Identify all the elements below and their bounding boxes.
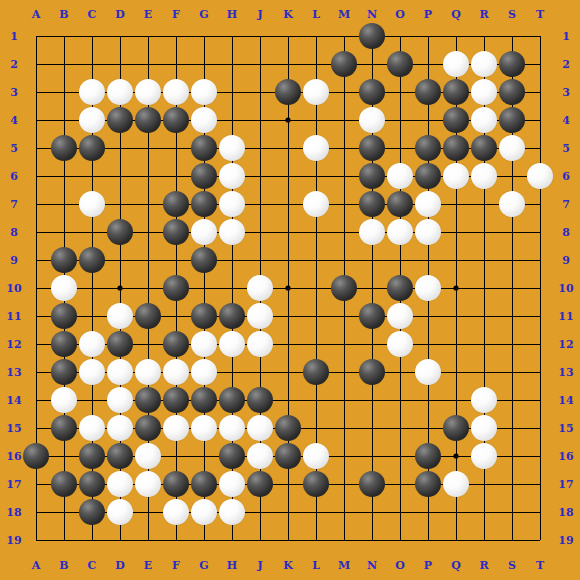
intersection-Q18[interactable]: [442, 498, 470, 526]
intersection-R4[interactable]: [470, 106, 498, 134]
intersection-T10[interactable]: [526, 274, 554, 302]
intersection-O8[interactable]: [386, 218, 414, 246]
intersection-E13[interactable]: [134, 358, 162, 386]
intersection-M18[interactable]: [330, 498, 358, 526]
intersection-S1[interactable]: [498, 22, 526, 50]
intersection-B7[interactable]: [50, 190, 78, 218]
intersection-K11[interactable]: [274, 302, 302, 330]
intersection-D7[interactable]: [106, 190, 134, 218]
intersection-P12[interactable]: [414, 330, 442, 358]
intersection-H3[interactable]: [218, 78, 246, 106]
intersection-H18[interactable]: [218, 498, 246, 526]
intersection-Q19[interactable]: [442, 526, 470, 554]
intersection-R17[interactable]: [470, 470, 498, 498]
intersection-A6[interactable]: [22, 162, 50, 190]
intersection-A5[interactable]: [22, 134, 50, 162]
intersection-H1[interactable]: [218, 22, 246, 50]
intersection-A10[interactable]: [22, 274, 50, 302]
intersection-A3[interactable]: [22, 78, 50, 106]
intersection-B6[interactable]: [50, 162, 78, 190]
intersection-Q7[interactable]: [442, 190, 470, 218]
intersection-D2[interactable]: [106, 50, 134, 78]
intersection-R18[interactable]: [470, 498, 498, 526]
intersection-J11[interactable]: [246, 302, 274, 330]
intersection-L16[interactable]: [302, 442, 330, 470]
intersection-J15[interactable]: [246, 414, 274, 442]
intersection-H13[interactable]: [218, 358, 246, 386]
intersection-E17[interactable]: [134, 470, 162, 498]
intersection-B5[interactable]: [50, 134, 78, 162]
intersection-R5[interactable]: [470, 134, 498, 162]
intersection-N12[interactable]: [358, 330, 386, 358]
intersection-Q6[interactable]: [442, 162, 470, 190]
intersection-F12[interactable]: [162, 330, 190, 358]
intersection-L18[interactable]: [302, 498, 330, 526]
intersection-R6[interactable]: [470, 162, 498, 190]
intersection-E7[interactable]: [134, 190, 162, 218]
intersection-E14[interactable]: [134, 386, 162, 414]
intersection-J16[interactable]: [246, 442, 274, 470]
intersection-J4[interactable]: [246, 106, 274, 134]
intersection-F14[interactable]: [162, 386, 190, 414]
intersection-H17[interactable]: [218, 470, 246, 498]
intersection-L14[interactable]: [302, 386, 330, 414]
intersection-F16[interactable]: [162, 442, 190, 470]
intersection-B3[interactable]: [50, 78, 78, 106]
intersection-K1[interactable]: [274, 22, 302, 50]
intersection-B16[interactable]: [50, 442, 78, 470]
intersection-F19[interactable]: [162, 526, 190, 554]
intersection-C6[interactable]: [78, 162, 106, 190]
intersection-G1[interactable]: [190, 22, 218, 50]
intersection-L8[interactable]: [302, 218, 330, 246]
intersection-H9[interactable]: [218, 246, 246, 274]
intersection-Q12[interactable]: [442, 330, 470, 358]
intersection-S8[interactable]: [498, 218, 526, 246]
intersection-F15[interactable]: [162, 414, 190, 442]
intersection-S7[interactable]: [498, 190, 526, 218]
intersection-K18[interactable]: [274, 498, 302, 526]
intersection-D19[interactable]: [106, 526, 134, 554]
intersection-N5[interactable]: [358, 134, 386, 162]
intersection-L10[interactable]: [302, 274, 330, 302]
intersection-H5[interactable]: [218, 134, 246, 162]
intersection-E15[interactable]: [134, 414, 162, 442]
intersection-J7[interactable]: [246, 190, 274, 218]
intersection-Q5[interactable]: [442, 134, 470, 162]
intersection-R3[interactable]: [470, 78, 498, 106]
intersection-Q8[interactable]: [442, 218, 470, 246]
intersection-H16[interactable]: [218, 442, 246, 470]
intersection-T8[interactable]: [526, 218, 554, 246]
intersection-G6[interactable]: [190, 162, 218, 190]
intersection-L7[interactable]: [302, 190, 330, 218]
intersection-G11[interactable]: [190, 302, 218, 330]
intersection-F17[interactable]: [162, 470, 190, 498]
intersection-N17[interactable]: [358, 470, 386, 498]
intersection-A15[interactable]: [22, 414, 50, 442]
intersection-O7[interactable]: [386, 190, 414, 218]
intersection-T17[interactable]: [526, 470, 554, 498]
intersection-J8[interactable]: [246, 218, 274, 246]
intersection-G16[interactable]: [190, 442, 218, 470]
intersection-C10[interactable]: [78, 274, 106, 302]
intersection-T18[interactable]: [526, 498, 554, 526]
intersection-R10[interactable]: [470, 274, 498, 302]
intersection-B11[interactable]: [50, 302, 78, 330]
intersection-S13[interactable]: [498, 358, 526, 386]
intersection-S9[interactable]: [498, 246, 526, 274]
intersection-R9[interactable]: [470, 246, 498, 274]
intersection-E12[interactable]: [134, 330, 162, 358]
intersection-T6[interactable]: [526, 162, 554, 190]
intersection-P11[interactable]: [414, 302, 442, 330]
intersection-N6[interactable]: [358, 162, 386, 190]
intersection-D16[interactable]: [106, 442, 134, 470]
intersection-G10[interactable]: [190, 274, 218, 302]
intersection-B17[interactable]: [50, 470, 78, 498]
intersection-O19[interactable]: [386, 526, 414, 554]
intersection-O1[interactable]: [386, 22, 414, 50]
intersection-G8[interactable]: [190, 218, 218, 246]
intersection-H10[interactable]: [218, 274, 246, 302]
intersection-S10[interactable]: [498, 274, 526, 302]
intersection-L17[interactable]: [302, 470, 330, 498]
intersection-K2[interactable]: [274, 50, 302, 78]
intersection-D8[interactable]: [106, 218, 134, 246]
intersection-T13[interactable]: [526, 358, 554, 386]
intersection-C9[interactable]: [78, 246, 106, 274]
intersection-J6[interactable]: [246, 162, 274, 190]
intersection-R15[interactable]: [470, 414, 498, 442]
intersection-B13[interactable]: [50, 358, 78, 386]
intersection-E11[interactable]: [134, 302, 162, 330]
intersection-G5[interactable]: [190, 134, 218, 162]
intersection-E6[interactable]: [134, 162, 162, 190]
intersection-N8[interactable]: [358, 218, 386, 246]
intersection-K10[interactable]: [274, 274, 302, 302]
intersection-D5[interactable]: [106, 134, 134, 162]
intersection-D15[interactable]: [106, 414, 134, 442]
intersection-Q16[interactable]: [442, 442, 470, 470]
intersection-H4[interactable]: [218, 106, 246, 134]
intersection-S4[interactable]: [498, 106, 526, 134]
intersection-B15[interactable]: [50, 414, 78, 442]
intersection-D11[interactable]: [106, 302, 134, 330]
intersection-P14[interactable]: [414, 386, 442, 414]
intersection-D3[interactable]: [106, 78, 134, 106]
intersection-F8[interactable]: [162, 218, 190, 246]
intersection-S11[interactable]: [498, 302, 526, 330]
intersection-E5[interactable]: [134, 134, 162, 162]
intersection-P6[interactable]: [414, 162, 442, 190]
intersection-H8[interactable]: [218, 218, 246, 246]
intersection-F3[interactable]: [162, 78, 190, 106]
intersection-J17[interactable]: [246, 470, 274, 498]
intersection-F9[interactable]: [162, 246, 190, 274]
intersection-C15[interactable]: [78, 414, 106, 442]
intersection-O17[interactable]: [386, 470, 414, 498]
intersection-M5[interactable]: [330, 134, 358, 162]
intersection-A2[interactable]: [22, 50, 50, 78]
intersection-C13[interactable]: [78, 358, 106, 386]
intersection-D18[interactable]: [106, 498, 134, 526]
intersection-J13[interactable]: [246, 358, 274, 386]
intersection-E1[interactable]: [134, 22, 162, 50]
intersection-O6[interactable]: [386, 162, 414, 190]
intersection-N2[interactable]: [358, 50, 386, 78]
intersection-T11[interactable]: [526, 302, 554, 330]
intersection-Q2[interactable]: [442, 50, 470, 78]
intersection-D13[interactable]: [106, 358, 134, 386]
intersection-P13[interactable]: [414, 358, 442, 386]
intersection-R8[interactable]: [470, 218, 498, 246]
intersection-F5[interactable]: [162, 134, 190, 162]
intersection-K16[interactable]: [274, 442, 302, 470]
intersection-Q3[interactable]: [442, 78, 470, 106]
intersection-K13[interactable]: [274, 358, 302, 386]
intersection-L12[interactable]: [302, 330, 330, 358]
intersection-K9[interactable]: [274, 246, 302, 274]
intersection-F1[interactable]: [162, 22, 190, 50]
intersection-T4[interactable]: [526, 106, 554, 134]
intersection-O4[interactable]: [386, 106, 414, 134]
intersection-T9[interactable]: [526, 246, 554, 274]
intersection-S14[interactable]: [498, 386, 526, 414]
intersection-O5[interactable]: [386, 134, 414, 162]
intersection-G13[interactable]: [190, 358, 218, 386]
intersection-C17[interactable]: [78, 470, 106, 498]
intersection-H7[interactable]: [218, 190, 246, 218]
intersection-K19[interactable]: [274, 526, 302, 554]
intersection-M10[interactable]: [330, 274, 358, 302]
intersection-E3[interactable]: [134, 78, 162, 106]
intersection-S18[interactable]: [498, 498, 526, 526]
intersection-F4[interactable]: [162, 106, 190, 134]
intersection-A16[interactable]: [22, 442, 50, 470]
intersection-P5[interactable]: [414, 134, 442, 162]
intersection-N4[interactable]: [358, 106, 386, 134]
intersection-A9[interactable]: [22, 246, 50, 274]
intersection-A12[interactable]: [22, 330, 50, 358]
intersection-D1[interactable]: [106, 22, 134, 50]
intersection-Q10[interactable]: [442, 274, 470, 302]
intersection-D6[interactable]: [106, 162, 134, 190]
intersection-M11[interactable]: [330, 302, 358, 330]
intersection-M17[interactable]: [330, 470, 358, 498]
intersection-H6[interactable]: [218, 162, 246, 190]
intersection-K17[interactable]: [274, 470, 302, 498]
intersection-O3[interactable]: [386, 78, 414, 106]
intersection-R11[interactable]: [470, 302, 498, 330]
intersection-H11[interactable]: [218, 302, 246, 330]
intersection-M12[interactable]: [330, 330, 358, 358]
intersection-B2[interactable]: [50, 50, 78, 78]
intersection-S15[interactable]: [498, 414, 526, 442]
intersection-N1[interactable]: [358, 22, 386, 50]
intersection-A1[interactable]: [22, 22, 50, 50]
intersection-M2[interactable]: [330, 50, 358, 78]
intersection-P7[interactable]: [414, 190, 442, 218]
intersection-T15[interactable]: [526, 414, 554, 442]
intersection-A13[interactable]: [22, 358, 50, 386]
intersection-E9[interactable]: [134, 246, 162, 274]
intersection-J5[interactable]: [246, 134, 274, 162]
intersection-C7[interactable]: [78, 190, 106, 218]
intersection-M8[interactable]: [330, 218, 358, 246]
intersection-J12[interactable]: [246, 330, 274, 358]
intersection-S16[interactable]: [498, 442, 526, 470]
intersection-Q13[interactable]: [442, 358, 470, 386]
intersection-D10[interactable]: [106, 274, 134, 302]
intersection-Q14[interactable]: [442, 386, 470, 414]
intersection-L9[interactable]: [302, 246, 330, 274]
intersection-A18[interactable]: [22, 498, 50, 526]
intersection-Q1[interactable]: [442, 22, 470, 50]
intersection-K14[interactable]: [274, 386, 302, 414]
intersection-K15[interactable]: [274, 414, 302, 442]
intersection-P16[interactable]: [414, 442, 442, 470]
intersection-L15[interactable]: [302, 414, 330, 442]
intersection-R14[interactable]: [470, 386, 498, 414]
intersection-G2[interactable]: [190, 50, 218, 78]
intersection-B18[interactable]: [50, 498, 78, 526]
intersection-N7[interactable]: [358, 190, 386, 218]
intersection-K6[interactable]: [274, 162, 302, 190]
intersection-Q9[interactable]: [442, 246, 470, 274]
intersection-Q15[interactable]: [442, 414, 470, 442]
intersection-S17[interactable]: [498, 470, 526, 498]
intersection-Q11[interactable]: [442, 302, 470, 330]
intersection-L1[interactable]: [302, 22, 330, 50]
intersection-F13[interactable]: [162, 358, 190, 386]
intersection-P15[interactable]: [414, 414, 442, 442]
intersection-M16[interactable]: [330, 442, 358, 470]
intersection-F7[interactable]: [162, 190, 190, 218]
intersection-F10[interactable]: [162, 274, 190, 302]
intersection-B10[interactable]: [50, 274, 78, 302]
intersection-J3[interactable]: [246, 78, 274, 106]
intersection-C19[interactable]: [78, 526, 106, 554]
intersection-B4[interactable]: [50, 106, 78, 134]
intersection-R13[interactable]: [470, 358, 498, 386]
intersection-E16[interactable]: [134, 442, 162, 470]
intersection-K12[interactable]: [274, 330, 302, 358]
intersection-L11[interactable]: [302, 302, 330, 330]
intersection-T1[interactable]: [526, 22, 554, 50]
intersection-M4[interactable]: [330, 106, 358, 134]
intersection-K3[interactable]: [274, 78, 302, 106]
intersection-O12[interactable]: [386, 330, 414, 358]
intersection-H15[interactable]: [218, 414, 246, 442]
intersection-J2[interactable]: [246, 50, 274, 78]
intersection-G7[interactable]: [190, 190, 218, 218]
intersection-O10[interactable]: [386, 274, 414, 302]
intersection-C16[interactable]: [78, 442, 106, 470]
intersection-B8[interactable]: [50, 218, 78, 246]
intersection-N15[interactable]: [358, 414, 386, 442]
intersection-R19[interactable]: [470, 526, 498, 554]
intersection-A19[interactable]: [22, 526, 50, 554]
intersection-L2[interactable]: [302, 50, 330, 78]
intersection-J14[interactable]: [246, 386, 274, 414]
intersection-O15[interactable]: [386, 414, 414, 442]
intersection-P1[interactable]: [414, 22, 442, 50]
intersection-K5[interactable]: [274, 134, 302, 162]
intersection-C5[interactable]: [78, 134, 106, 162]
intersection-J1[interactable]: [246, 22, 274, 50]
intersection-H12[interactable]: [218, 330, 246, 358]
intersection-P18[interactable]: [414, 498, 442, 526]
intersection-A11[interactable]: [22, 302, 50, 330]
intersection-O9[interactable]: [386, 246, 414, 274]
intersection-H19[interactable]: [218, 526, 246, 554]
intersection-N9[interactable]: [358, 246, 386, 274]
intersection-Q17[interactable]: [442, 470, 470, 498]
intersection-T5[interactable]: [526, 134, 554, 162]
intersection-C8[interactable]: [78, 218, 106, 246]
intersection-G9[interactable]: [190, 246, 218, 274]
intersection-F2[interactable]: [162, 50, 190, 78]
intersection-N16[interactable]: [358, 442, 386, 470]
intersection-K7[interactable]: [274, 190, 302, 218]
intersection-M7[interactable]: [330, 190, 358, 218]
intersection-O14[interactable]: [386, 386, 414, 414]
intersection-R1[interactable]: [470, 22, 498, 50]
intersection-D14[interactable]: [106, 386, 134, 414]
intersection-K8[interactable]: [274, 218, 302, 246]
intersection-E19[interactable]: [134, 526, 162, 554]
intersection-C11[interactable]: [78, 302, 106, 330]
intersection-C1[interactable]: [78, 22, 106, 50]
intersection-M13[interactable]: [330, 358, 358, 386]
intersection-M15[interactable]: [330, 414, 358, 442]
intersection-E10[interactable]: [134, 274, 162, 302]
intersection-N10[interactable]: [358, 274, 386, 302]
intersection-J10[interactable]: [246, 274, 274, 302]
intersection-O2[interactable]: [386, 50, 414, 78]
intersection-G4[interactable]: [190, 106, 218, 134]
intersection-N14[interactable]: [358, 386, 386, 414]
intersection-R16[interactable]: [470, 442, 498, 470]
intersection-F18[interactable]: [162, 498, 190, 526]
intersection-F11[interactable]: [162, 302, 190, 330]
intersection-S3[interactable]: [498, 78, 526, 106]
intersection-S19[interactable]: [498, 526, 526, 554]
intersection-C3[interactable]: [78, 78, 106, 106]
intersection-Q4[interactable]: [442, 106, 470, 134]
intersection-P3[interactable]: [414, 78, 442, 106]
intersection-J18[interactable]: [246, 498, 274, 526]
intersection-O13[interactable]: [386, 358, 414, 386]
intersection-E18[interactable]: [134, 498, 162, 526]
intersection-A17[interactable]: [22, 470, 50, 498]
intersection-S5[interactable]: [498, 134, 526, 162]
intersection-N13[interactable]: [358, 358, 386, 386]
intersection-M1[interactable]: [330, 22, 358, 50]
intersection-L3[interactable]: [302, 78, 330, 106]
intersection-B19[interactable]: [50, 526, 78, 554]
intersection-M3[interactable]: [330, 78, 358, 106]
intersection-T2[interactable]: [526, 50, 554, 78]
intersection-N11[interactable]: [358, 302, 386, 330]
intersection-O11[interactable]: [386, 302, 414, 330]
intersection-P10[interactable]: [414, 274, 442, 302]
intersection-N18[interactable]: [358, 498, 386, 526]
intersection-T16[interactable]: [526, 442, 554, 470]
intersection-A14[interactable]: [22, 386, 50, 414]
intersection-B14[interactable]: [50, 386, 78, 414]
